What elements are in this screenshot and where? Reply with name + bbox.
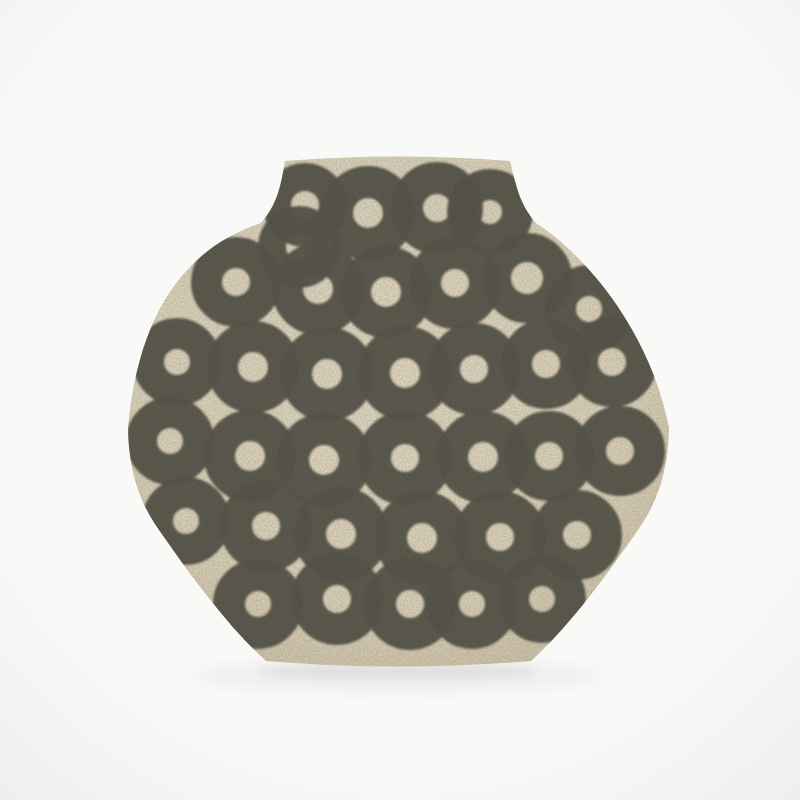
vase-photo: [0, 0, 800, 800]
photo-canvas: [0, 0, 800, 800]
